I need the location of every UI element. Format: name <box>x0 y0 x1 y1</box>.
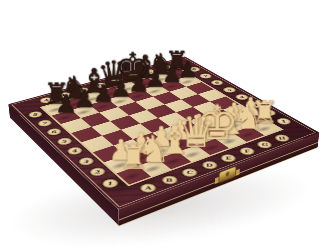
file-label-e-near-text: E <box>225 154 232 162</box>
file-label-c-near-text: C <box>186 168 193 176</box>
file-label-d-far-text: D <box>97 83 104 88</box>
file-label-f-near-text: F <box>243 147 250 154</box>
file-label-e-far-text: E <box>114 78 120 83</box>
rank-label-1-right-text: 1 <box>280 118 287 124</box>
rank-label-4-right-text: 4 <box>239 95 245 100</box>
file-label-a-near: A <box>137 182 158 194</box>
rank-label-3-right: 3 <box>246 101 264 109</box>
rank-label-6-left-text: 6 <box>50 129 57 136</box>
rank-label-7-right: 7 <box>197 73 213 80</box>
file-label-d-far: D <box>92 82 108 89</box>
file-label-h-far: H <box>157 64 173 70</box>
rank-label-2-left: 2 <box>87 167 107 178</box>
file-label-b-far: B <box>57 91 74 99</box>
file-label-e-near: E <box>218 153 238 163</box>
rank-label-4-left: 4 <box>65 146 84 156</box>
file-label-b-far-text: B <box>61 92 68 97</box>
rank-label-4-left-text: 4 <box>71 147 78 154</box>
rank-label-3-right-text: 3 <box>252 102 258 108</box>
rank-label-5-left-text: 5 <box>60 138 67 145</box>
file-label-f-near: F <box>237 146 257 156</box>
file-label-a-far-text: A <box>43 97 50 103</box>
rank-label-2-right-text: 2 <box>266 110 272 116</box>
file-label-g-far: G <box>142 68 158 75</box>
file-label-c-far-text: C <box>79 87 85 92</box>
file-label-g-near: G <box>254 140 274 150</box>
file-label-g-near-text: G <box>260 141 268 148</box>
rank-label-5-right-text: 5 <box>226 87 231 92</box>
rank-label-8-right-text: 8 <box>192 67 197 72</box>
rank-label-3-left: 3 <box>76 156 96 167</box>
rank-label-1-right: 1 <box>274 117 293 126</box>
rank-label-8-left: 8 <box>26 111 43 119</box>
rank-label-1-left: 1 <box>99 178 120 190</box>
file-label-f-far: F <box>126 73 142 80</box>
rank-label-4-right: 4 <box>233 93 250 101</box>
rank-label-2-right: 2 <box>260 109 278 117</box>
file-label-h-near-text: H <box>277 135 286 142</box>
rank-label-7-left-text: 7 <box>41 120 48 126</box>
rank-label-5-right: 5 <box>221 86 238 93</box>
brass-clasp-icon <box>219 167 235 183</box>
file-label-a-near-text: A <box>145 183 152 192</box>
file-label-e-far: E <box>109 77 125 84</box>
rank-label-6-left: 6 <box>45 128 63 137</box>
rank-label-6-right-text: 6 <box>214 80 219 85</box>
photo-scene: AA11BB22CC33DD44EE55FF66GG77HH88♜♞♝♛♚♝♞♜… <box>0 0 333 250</box>
file-label-c-far: C <box>75 86 91 93</box>
rank-label-3-left-text: 3 <box>82 158 89 166</box>
rank-label-2-left-text: 2 <box>94 168 101 176</box>
file-label-g-far-text: G <box>147 69 152 74</box>
file-label-h-far-text: H <box>162 65 168 70</box>
file-label-h-near: H <box>272 133 292 142</box>
file-label-a-far: A <box>38 96 55 104</box>
file-label-b-near-text: B <box>166 176 173 184</box>
rank-label-8-left-text: 8 <box>31 112 38 118</box>
file-label-b-near: B <box>159 174 180 186</box>
product-photo: AA11BB22CC33DD44EE55FF66GG77HH88♜♞♝♛♚♝♞♜… <box>0 0 333 250</box>
rank-label-5-left: 5 <box>55 137 74 147</box>
file-label-f-far-text: F <box>131 74 136 79</box>
rank-label-6-right: 6 <box>209 79 226 86</box>
file-label-d-near: D <box>199 160 220 171</box>
rank-label-8-right: 8 <box>186 66 202 72</box>
file-label-c-near: C <box>179 167 200 178</box>
rank-label-1-left-text: 1 <box>106 179 113 187</box>
file-label-d-near-text: D <box>205 161 213 169</box>
rank-label-7-left: 7 <box>35 119 53 128</box>
rank-label-7-right-text: 7 <box>203 74 208 79</box>
